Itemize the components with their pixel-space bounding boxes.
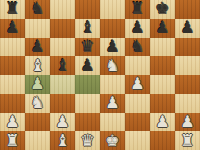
- piece-black-N-f6[interactable]: ♞: [130, 38, 144, 54]
- square-c3[interactable]: [50, 94, 75, 113]
- square-b8[interactable]: ♞: [25, 0, 50, 19]
- piece-white-P-g2[interactable]: ♟: [155, 113, 169, 129]
- square-g3[interactable]: [150, 94, 175, 113]
- square-a3[interactable]: [0, 94, 25, 113]
- chess-board-window: ♜♞♜♚♟♝♟♟♟♟♛♟♞♝♝♟♞♟♟♞♟♟♟♟♟♜♝♛♚♜: [0, 0, 200, 150]
- square-h2[interactable]: ♟: [175, 113, 200, 132]
- square-c8[interactable]: [50, 0, 75, 19]
- square-g1[interactable]: [150, 131, 175, 150]
- square-h5[interactable]: [175, 56, 200, 75]
- piece-black-P-h7[interactable]: ♟: [180, 20, 194, 36]
- piece-white-Q-d1[interactable]: ♛: [80, 132, 94, 148]
- square-g4[interactable]: [150, 75, 175, 94]
- square-a7[interactable]: ♟: [0, 19, 25, 38]
- square-e5[interactable]: ♞: [100, 56, 125, 75]
- square-e7[interactable]: [100, 19, 125, 38]
- square-f3[interactable]: [125, 94, 150, 113]
- square-h1[interactable]: ♜: [175, 131, 200, 150]
- square-d6[interactable]: ♛: [75, 38, 100, 57]
- piece-white-N-e5[interactable]: ♞: [105, 57, 119, 73]
- square-b1[interactable]: [25, 131, 50, 150]
- piece-white-N-b3[interactable]: ♞: [30, 95, 44, 111]
- square-d3[interactable]: [75, 94, 100, 113]
- piece-white-R-a1[interactable]: ♜: [5, 132, 19, 148]
- square-a1[interactable]: ♜: [0, 131, 25, 150]
- piece-white-P-h2[interactable]: ♟: [180, 113, 194, 129]
- square-f8[interactable]: ♜: [125, 0, 150, 19]
- piece-white-P-b4[interactable]: ♟: [30, 76, 44, 92]
- square-c7[interactable]: [50, 19, 75, 38]
- square-g6[interactable]: [150, 38, 175, 57]
- square-f4[interactable]: ♟: [125, 75, 150, 94]
- chess-board: ♜♞♜♚♟♝♟♟♟♟♛♟♞♝♝♟♞♟♟♞♟♟♟♟♟♜♝♛♚♜: [0, 0, 200, 150]
- square-d7[interactable]: ♝: [75, 19, 100, 38]
- square-c1[interactable]: ♝: [50, 131, 75, 150]
- square-e1[interactable]: ♚: [100, 131, 125, 150]
- piece-black-K-g8[interactable]: ♚: [155, 1, 169, 17]
- piece-black-Q-d6[interactable]: ♛: [80, 38, 94, 54]
- square-a6[interactable]: [0, 38, 25, 57]
- square-g2[interactable]: ♟: [150, 113, 175, 132]
- square-e6[interactable]: ♟: [100, 38, 125, 57]
- square-a8[interactable]: ♜: [0, 0, 25, 19]
- square-g8[interactable]: ♚: [150, 0, 175, 19]
- piece-black-B-c5[interactable]: ♝: [55, 57, 69, 73]
- square-a4[interactable]: [0, 75, 25, 94]
- square-e2[interactable]: [100, 113, 125, 132]
- square-g7[interactable]: ♟: [150, 19, 175, 38]
- piece-white-B-c1[interactable]: ♝: [55, 132, 69, 148]
- piece-black-B-d7[interactable]: ♝: [80, 20, 94, 36]
- square-h4[interactable]: [175, 75, 200, 94]
- square-c4[interactable]: [50, 75, 75, 94]
- piece-black-P-f7[interactable]: ♟: [130, 20, 144, 36]
- square-g5[interactable]: [150, 56, 175, 75]
- piece-black-R-a8[interactable]: ♜: [5, 1, 19, 17]
- piece-white-P-c2[interactable]: ♟: [55, 113, 69, 129]
- square-d1[interactable]: ♛: [75, 131, 100, 150]
- piece-black-P-d5[interactable]: ♟: [80, 57, 94, 73]
- piece-white-P-f4[interactable]: ♟: [130, 76, 144, 92]
- piece-black-R-f8[interactable]: ♜: [130, 1, 144, 17]
- square-b5[interactable]: ♝: [25, 56, 50, 75]
- piece-black-P-a7[interactable]: ♟: [5, 20, 19, 36]
- piece-white-P-a2[interactable]: ♟: [5, 113, 19, 129]
- square-h3[interactable]: [175, 94, 200, 113]
- square-d2[interactable]: [75, 113, 100, 132]
- piece-white-K-e1[interactable]: ♚: [105, 132, 119, 148]
- square-a5[interactable]: [0, 56, 25, 75]
- square-c6[interactable]: [50, 38, 75, 57]
- piece-black-P-b6[interactable]: ♟: [30, 38, 44, 54]
- square-f7[interactable]: ♟: [125, 19, 150, 38]
- square-h6[interactable]: [175, 38, 200, 57]
- square-c5[interactable]: ♝: [50, 56, 75, 75]
- square-a2[interactable]: ♟: [0, 113, 25, 132]
- square-d4[interactable]: [75, 75, 100, 94]
- square-d5[interactable]: ♟: [75, 56, 100, 75]
- square-c2[interactable]: ♟: [50, 113, 75, 132]
- square-e3[interactable]: ♟: [100, 94, 125, 113]
- square-h7[interactable]: ♟: [175, 19, 200, 38]
- piece-black-P-e6[interactable]: ♟: [105, 38, 119, 54]
- square-h8[interactable]: [175, 0, 200, 19]
- piece-black-N-b8[interactable]: ♞: [30, 1, 44, 17]
- square-e4[interactable]: [100, 75, 125, 94]
- square-b7[interactable]: [25, 19, 50, 38]
- square-f1[interactable]: [125, 131, 150, 150]
- square-b2[interactable]: [25, 113, 50, 132]
- square-f2[interactable]: [125, 113, 150, 132]
- piece-black-P-g7[interactable]: ♟: [155, 20, 169, 36]
- piece-white-P-e3[interactable]: ♟: [105, 95, 119, 111]
- piece-white-B-b5[interactable]: ♝: [30, 57, 44, 73]
- square-b6[interactable]: ♟: [25, 38, 50, 57]
- square-b4[interactable]: ♟: [25, 75, 50, 94]
- piece-white-R-h1[interactable]: ♜: [180, 132, 194, 148]
- square-f6[interactable]: ♞: [125, 38, 150, 57]
- square-e8[interactable]: [100, 0, 125, 19]
- square-d8[interactable]: [75, 0, 100, 19]
- square-b3[interactable]: ♞: [25, 94, 50, 113]
- square-f5[interactable]: [125, 56, 150, 75]
